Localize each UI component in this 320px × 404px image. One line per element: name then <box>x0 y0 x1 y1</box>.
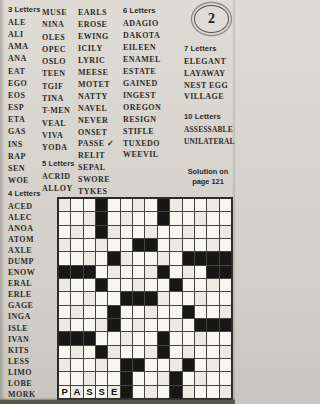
word-list-item: GAINED <box>123 78 161 90</box>
grid-cell-black <box>108 319 119 331</box>
word-list-item: VEAL <box>42 118 70 130</box>
word-list-item: MOTET <box>78 79 114 91</box>
grid-cell <box>170 239 181 251</box>
word-list-item: ONSET <box>78 127 114 139</box>
grid-cell <box>145 212 156 224</box>
grid-cell <box>145 372 156 384</box>
grid-cell <box>84 306 95 318</box>
grid-cell <box>158 359 169 371</box>
grid-cell-black <box>183 306 194 318</box>
grid-cell <box>207 306 218 318</box>
grid-cell <box>145 226 156 238</box>
grid-cell-black <box>84 266 95 278</box>
grid-cell-black <box>158 332 169 344</box>
grid-cell <box>108 372 119 384</box>
grid-cell-black <box>96 212 107 224</box>
grid-cell <box>121 212 132 224</box>
word-list-item: VILLAGE <box>184 91 228 103</box>
word-list-item: ESTATE <box>123 66 161 78</box>
grid-cell-letter: S <box>96 386 107 398</box>
grid-cell <box>108 212 119 224</box>
grid-cell <box>195 359 206 371</box>
grid-cell <box>71 292 82 304</box>
grid-cell <box>220 226 231 238</box>
grid-cell <box>170 226 181 238</box>
word-list-item: LOBE <box>8 378 41 389</box>
grid-cell <box>195 332 206 344</box>
word-list-item: ERAL <box>8 278 41 289</box>
grid-cell-black <box>71 332 82 344</box>
grid-cell <box>84 372 95 384</box>
grid-cell-black <box>207 319 218 331</box>
grid-cell <box>133 372 144 384</box>
word-list-item: RESIGN <box>123 114 161 126</box>
word-list-item: TGIF <box>42 81 70 93</box>
grid-cell-letter: P <box>59 386 70 398</box>
grid-cell <box>145 306 156 318</box>
word-list-item: NEVER <box>78 115 114 127</box>
grid-cell <box>145 319 156 331</box>
grid-cell <box>170 359 181 371</box>
word-list-item: INGEST <box>123 90 161 102</box>
word-list-item: INS <box>8 139 41 151</box>
grid-cell <box>84 226 95 238</box>
grid-cell <box>108 226 119 238</box>
grid-cell-black <box>207 252 218 264</box>
grid-cell <box>220 346 231 358</box>
list-header-6-letters: 6 Letters <box>123 6 161 15</box>
grid-cell <box>121 332 132 344</box>
grid-cell <box>195 199 206 211</box>
grid-cell <box>108 199 119 211</box>
word-list-item: ALE <box>8 17 41 29</box>
word-list-item: GAS <box>8 126 41 138</box>
grid-cell <box>84 319 95 331</box>
grid-cell-black <box>121 386 132 398</box>
grid-cell <box>158 372 169 384</box>
grid-cell-letter: S <box>84 386 95 398</box>
list-header-10-letters: 10 Letters <box>184 112 235 121</box>
word-list-item: NEST EGG <box>184 80 228 92</box>
grid-cell <box>133 252 144 264</box>
grid-cell <box>96 359 107 371</box>
grid-cell <box>71 346 82 358</box>
grid-cell <box>195 226 206 238</box>
grid-cell <box>207 226 218 238</box>
grid-cell-black <box>96 279 107 291</box>
grid-cell <box>170 252 181 264</box>
grid-cell <box>195 239 206 251</box>
grid-cell <box>207 386 218 398</box>
grid-cell-black <box>96 346 107 358</box>
grid-cell <box>145 252 156 264</box>
puzzle-number-badge: 2 <box>194 5 229 33</box>
grid-cell <box>195 279 206 291</box>
grid-cell <box>59 239 70 251</box>
grid-cell-black <box>108 306 119 318</box>
word-list-4-letters: 4 Letters ACEDALECANOAATOMAXLEDUMPENOWER… <box>8 189 41 400</box>
grid-cell <box>108 266 119 278</box>
grid-cell <box>207 292 218 304</box>
word-list-item: AMA <box>8 41 41 53</box>
grid-cell <box>108 239 119 251</box>
word-list-item: STIFLE <box>123 126 161 138</box>
word-list-item: ALEC <box>8 212 41 223</box>
grid-cell <box>158 226 169 238</box>
grid-cell-black <box>158 346 169 358</box>
grid-cell <box>220 372 231 384</box>
grid-cell-black <box>121 372 132 384</box>
word-list-item: ERLE <box>8 289 41 300</box>
grid-cell <box>96 239 107 251</box>
grid-cell-black <box>195 252 206 264</box>
word-list-item: ANA <box>8 53 41 65</box>
word-list-item: INGA <box>8 311 41 322</box>
grid-cell <box>183 212 194 224</box>
grid-cell-black <box>158 199 169 211</box>
grid-cell <box>84 292 95 304</box>
grid-cell-black <box>220 266 231 278</box>
word-list-item: ADAGIO <box>123 18 161 30</box>
word-list-item: UNILATERAL <box>184 136 235 148</box>
entered-letter: P <box>62 386 68 397</box>
grid-cell-black <box>145 292 156 304</box>
grid-cell <box>133 346 144 358</box>
grid-cell <box>121 346 132 358</box>
word-list-item: ISLE <box>8 323 41 334</box>
grid-cell <box>220 332 231 344</box>
grid-cell <box>145 332 156 344</box>
word-list-item: LESS <box>8 356 41 367</box>
grid-cell <box>133 266 144 278</box>
word-list-item: ASSESSABLE <box>184 124 235 136</box>
page-left-shadow <box>0 0 5 404</box>
grid-cell-black <box>133 359 144 371</box>
grid-cell <box>195 372 206 384</box>
word-list-item: VIVA <box>42 130 70 142</box>
grid-cell <box>121 319 132 331</box>
grid-cell <box>108 279 119 291</box>
word-list-item: TUXEDO <box>123 138 161 150</box>
word-list-item: DAKOTA <box>123 30 161 42</box>
grid-cell <box>108 346 119 358</box>
grid-cell-black <box>133 292 144 304</box>
grid-cell <box>158 239 169 251</box>
grid-cell <box>71 239 82 251</box>
word-list-item: EAT <box>8 66 41 78</box>
grid-cell <box>59 252 70 264</box>
grid-cell <box>220 306 231 318</box>
word-list-4-letters-continued: MUSENINAOLESOPECOSLOTEENTGIFTINAT-MENVEA… <box>42 7 70 155</box>
grid-cell <box>133 279 144 291</box>
grid-cell <box>195 346 206 358</box>
word-list-6-letters: 6 Letters ADAGIODAKOTAEILEENENAMELESTATE… <box>123 6 161 161</box>
grid-cell-black <box>170 386 181 398</box>
word-list-3-letters: 3 Letters ALEALIAMAANAEATEGOEOSESPETAGAS… <box>8 5 41 187</box>
grid-cell-black <box>158 266 169 278</box>
grid-cell <box>59 279 70 291</box>
word-list-item: EILEEN <box>123 42 161 54</box>
grid-cell <box>59 212 70 224</box>
grid-cell <box>183 279 194 291</box>
word-list-item: RAP <box>8 151 41 163</box>
grid-cell <box>158 306 169 318</box>
grid-cell <box>207 332 218 344</box>
word-list-item: ICILY <box>78 43 114 55</box>
word-list-item: EWING <box>78 31 114 43</box>
grid-cell-letter: A <box>71 386 82 398</box>
word-list-5-letters-continued: EARLSEROSEEWINGICILYLYRICMEESEMOTETNATTY… <box>78 7 114 198</box>
grid-cell <box>183 226 194 238</box>
word-list-item: ANOA <box>8 223 41 234</box>
word-list-item: NAVEL <box>78 103 114 115</box>
grid-cell <box>220 212 231 224</box>
grid-cell <box>183 332 194 344</box>
word-list-item: ACED <box>8 201 41 212</box>
entered-letter: A <box>74 386 81 397</box>
grid-cell <box>121 279 132 291</box>
grid-cell-black <box>108 252 119 264</box>
word-list-item: ALI <box>8 29 41 41</box>
grid-cell <box>133 319 144 331</box>
grid-cell <box>183 372 194 384</box>
grid-cell-black <box>133 239 144 251</box>
grid-cell <box>170 332 181 344</box>
grid-cell-black <box>158 212 169 224</box>
grid-cell <box>133 332 144 344</box>
word-list-7-letters: 7 Letters ELEGANTLAYAWAYNEST EGGVILLAGE <box>184 44 228 103</box>
word-list-item: TINA <box>42 93 70 105</box>
grid-cell <box>183 386 194 398</box>
grid-cell-black <box>220 252 231 264</box>
grid-cell-black <box>121 292 132 304</box>
grid-cell <box>207 359 218 371</box>
word-list-item: AXLE <box>8 245 41 256</box>
word-list-item: EROSE <box>78 19 114 31</box>
word-list-item: MUSE <box>42 7 70 19</box>
list-header-4-letters: 4 Letters <box>8 189 41 198</box>
word-list-item: OLES <box>42 32 70 44</box>
grid-cell-black <box>59 266 70 278</box>
grid-cell <box>133 226 144 238</box>
grid-cell <box>170 212 181 224</box>
word-list-item: ESP <box>8 102 41 114</box>
word-list-item: KITS <box>8 345 41 356</box>
grid-cell <box>84 239 95 251</box>
grid-cell <box>207 199 218 211</box>
grid-cell <box>133 212 144 224</box>
word-list-item: RELIT <box>78 150 114 162</box>
word-list-item: OPEC <box>42 44 70 56</box>
grid-cell-black <box>145 239 156 251</box>
grid-cell <box>145 266 156 278</box>
grid-cell <box>121 199 132 211</box>
word-list-item: WOE <box>8 175 41 187</box>
entered-letter: S <box>86 386 92 397</box>
grid-cell <box>59 226 70 238</box>
grid-cell <box>220 386 231 398</box>
grid-cell <box>220 279 231 291</box>
word-list-item: EARLS <box>78 7 114 19</box>
grid-cell <box>71 319 82 331</box>
word-list-item: DUMP <box>8 256 41 267</box>
grid-cell <box>84 252 95 264</box>
list-header-3-letters: 3 Letters <box>8 5 41 14</box>
word-list-item: OREGON <box>123 102 161 114</box>
grid-cell <box>170 306 181 318</box>
grid-cell <box>207 279 218 291</box>
grid-cell-black <box>220 319 231 331</box>
word-list-item: SWORE <box>78 174 114 186</box>
grid-cell <box>108 332 119 344</box>
word-list-item: LAYAWAY <box>184 68 228 80</box>
list-header-7-letters: 7 Letters <box>184 44 228 53</box>
grid-cell <box>71 372 82 384</box>
word-list-10-letters: 10 Letters ASSESSABLEUNILATERAL <box>184 112 235 148</box>
grid-cell <box>59 359 70 371</box>
grid-cell <box>158 252 169 264</box>
grid-cell-black <box>71 266 82 278</box>
grid-cell <box>71 199 82 211</box>
word-list-item: T-MEN <box>42 105 70 117</box>
word-list-item: ETA <box>8 114 41 126</box>
word-list-item: ELEGANT <box>184 56 228 68</box>
grid-cell <box>170 346 181 358</box>
grid-cell <box>158 386 169 398</box>
grid-cell <box>145 279 156 291</box>
grid-cell <box>59 319 70 331</box>
grid-cell-black <box>96 199 107 211</box>
puzzle-book-page: 3 Letters ALEALIAMAANAEATEGOEOSESPETAGAS… <box>0 0 235 404</box>
grid-cell <box>170 292 181 304</box>
grid-cell <box>183 239 194 251</box>
grid-cell <box>207 372 218 384</box>
grid-cell <box>133 306 144 318</box>
grid-cell <box>207 346 218 358</box>
grid-cell-letter: E <box>108 386 119 398</box>
grid-cell <box>121 266 132 278</box>
grid-cell <box>145 199 156 211</box>
grid-cell <box>59 346 70 358</box>
grid-cell <box>121 306 132 318</box>
grid-cell <box>121 239 132 251</box>
word-list-item: MEESE <box>78 67 114 79</box>
grid-cell <box>207 212 218 224</box>
grid-cell <box>195 212 206 224</box>
grid-cell <box>96 306 107 318</box>
grid-cell <box>96 372 107 384</box>
page-bottom-edge <box>0 400 235 404</box>
word-list-item: LIMO <box>8 367 41 378</box>
grid-cell <box>71 306 82 318</box>
grid-cell-black <box>96 226 107 238</box>
grid-cell-black <box>207 266 218 278</box>
word-list-item: GAGE <box>8 300 41 311</box>
word-list-item: NINA <box>42 19 70 31</box>
word-list-item: EGO <box>8 78 41 90</box>
word-list-item: ALLOY <box>42 183 75 195</box>
grid-cell <box>145 386 156 398</box>
grid-cell <box>133 386 144 398</box>
grid-cell <box>158 279 169 291</box>
grid-cell <box>59 292 70 304</box>
grid-cell <box>71 279 82 291</box>
grid-cell <box>96 252 107 264</box>
word-list-item: ATOM <box>8 234 41 245</box>
list-header-5-letters: 5 Letters <box>42 159 75 168</box>
grid-cell <box>220 359 231 371</box>
grid-cell <box>96 292 107 304</box>
word-list-item: OSLO <box>42 56 70 68</box>
grid-cell-black <box>121 359 132 371</box>
word-list-item: PASSE ✓ <box>78 138 114 150</box>
grid-cell <box>183 266 194 278</box>
grid-cell <box>71 226 82 238</box>
word-list-item: ENAMEL <box>123 54 161 66</box>
puzzle-number: 2 <box>208 11 215 27</box>
grid-cell <box>84 346 95 358</box>
word-list-item: SEPAL <box>78 162 114 174</box>
word-list-item: TEEN <box>42 68 70 80</box>
grid-cell <box>183 319 194 331</box>
grid-cell-black <box>183 252 194 264</box>
word-list-item: NATTY <box>78 91 114 103</box>
grid-cell <box>96 319 107 331</box>
word-list-item: ACRID <box>42 171 75 183</box>
grid-cell-black <box>170 279 181 291</box>
grid-cell <box>170 266 181 278</box>
grid-cell <box>158 292 169 304</box>
word-list-item: MORK <box>8 389 41 400</box>
grid-cell <box>59 306 70 318</box>
grid-cell <box>121 252 132 264</box>
grid-cell <box>195 386 206 398</box>
grid-cell <box>195 306 206 318</box>
grid-cell <box>195 266 206 278</box>
grid-cell <box>84 279 95 291</box>
grid-cell <box>220 199 231 211</box>
word-list-item: SEN <box>8 163 41 175</box>
grid-cell-black <box>84 332 95 344</box>
grid-cell <box>133 199 144 211</box>
grid-cell <box>220 292 231 304</box>
grid-cell <box>84 359 95 371</box>
word-list-item: WEEVIL <box>123 149 161 161</box>
grid-cell <box>183 346 194 358</box>
grid-cell <box>195 292 206 304</box>
grid-cell <box>108 359 119 371</box>
grid-cell <box>84 212 95 224</box>
grid-cell <box>170 319 181 331</box>
grid-cell <box>71 252 82 264</box>
grid-cell <box>145 359 156 371</box>
grid-cell-black <box>195 319 206 331</box>
grid-cell-black <box>183 359 194 371</box>
grid-cell <box>183 199 194 211</box>
grid-cell <box>158 319 169 331</box>
grid-cell <box>121 226 132 238</box>
grid-cell <box>71 359 82 371</box>
grid-cell <box>145 346 156 358</box>
entered-letter: E <box>111 386 117 397</box>
word-list-item: LYRIC <box>78 55 114 67</box>
grid-cell <box>96 332 107 344</box>
grid-cell <box>59 199 70 211</box>
grid-cell-black <box>59 332 70 344</box>
word-list-5-letters: 5 Letters ACRIDALLOY <box>42 159 75 194</box>
grid-cell <box>84 199 95 211</box>
word-list-item: ENOW <box>8 267 41 278</box>
